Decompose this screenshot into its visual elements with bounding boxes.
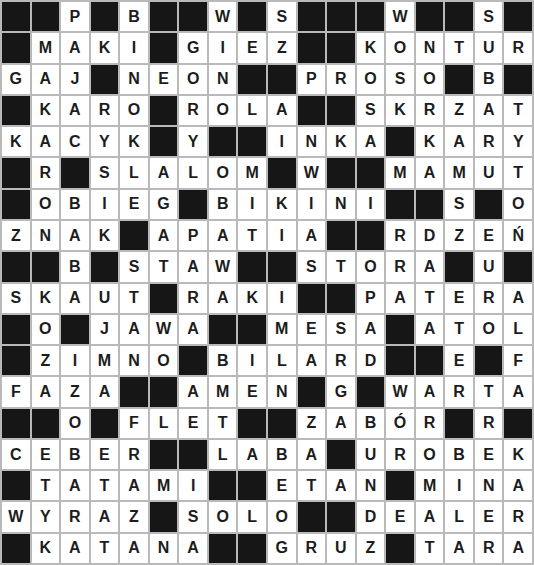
- letter-cell-r10c8[interactable]: A: [209, 284, 237, 313]
- cell-letter: B: [69, 259, 81, 275]
- letter-cell-r17c14[interactable]: E: [386, 502, 414, 531]
- letter-cell-r7c16[interactable]: S: [445, 190, 473, 219]
- letter-cell-r17c13[interactable]: D: [357, 502, 385, 531]
- cell-letter: Z: [454, 228, 464, 244]
- letter-cell-r11c18[interactable]: L: [504, 315, 532, 344]
- letter-cell-r10c16[interactable]: E: [445, 284, 473, 313]
- letter-cell-r1c5[interactable]: B: [120, 2, 148, 31]
- letter-cell-r8c16[interactable]: Z: [445, 221, 473, 250]
- letter-cell-r2c7[interactable]: G: [179, 33, 207, 62]
- letter-cell-r13c3[interactable]: Z: [61, 377, 89, 406]
- letter-cell-r9c8[interactable]: W: [209, 252, 237, 281]
- letter-cell-r5c18[interactable]: Y: [504, 127, 532, 156]
- letter-cell-r4c18[interactable]: T: [504, 96, 532, 125]
- letter-cell-r6c15[interactable]: A: [416, 158, 444, 187]
- letter-cell-r7c10[interactable]: K: [268, 190, 296, 219]
- letter-cell-r9c17[interactable]: U: [475, 252, 503, 281]
- letter-cell-r3c3[interactable]: J: [61, 65, 89, 94]
- letter-cell-r1c3[interactable]: P: [61, 2, 89, 31]
- cell-letter: A: [424, 165, 436, 181]
- letter-cell-r2c15[interactable]: N: [416, 33, 444, 62]
- cell-letter: L: [247, 509, 257, 525]
- letter-cell-r12c18[interactable]: F: [504, 346, 532, 375]
- cell-letter: M: [452, 165, 465, 181]
- cell-letter: A: [306, 228, 318, 244]
- letter-cell-r12c9[interactable]: I: [238, 346, 266, 375]
- letter-cell-r13c4[interactable]: A: [91, 377, 119, 406]
- cell-letter: O: [364, 259, 376, 275]
- letter-cell-r10c2[interactable]: K: [32, 284, 60, 313]
- letter-cell-r4c8[interactable]: O: [209, 96, 237, 125]
- cell-letter: I: [102, 196, 106, 212]
- cell-letter: A: [246, 447, 258, 463]
- black-cell-r4c1: [2, 96, 30, 125]
- black-cell-r11c14: [386, 315, 414, 344]
- letter-cell-r18c11[interactable]: R: [298, 534, 326, 563]
- letter-cell-r3c5[interactable]: N: [120, 65, 148, 94]
- letter-cell-r13c9[interactable]: E: [238, 377, 266, 406]
- letter-cell-r5c3[interactable]: C: [61, 127, 89, 156]
- letter-cell-r17c3[interactable]: R: [61, 502, 89, 531]
- letter-cell-r18c10[interactable]: G: [268, 534, 296, 563]
- letter-cell-r15c5[interactable]: R: [120, 440, 148, 469]
- letter-cell-r4c14[interactable]: K: [386, 96, 414, 125]
- letter-cell-r3c1[interactable]: G: [2, 65, 30, 94]
- letter-cell-r13c15[interactable]: A: [416, 377, 444, 406]
- letter-cell-r15c10[interactable]: B: [268, 440, 296, 469]
- letter-cell-r2c2[interactable]: M: [32, 33, 60, 62]
- letter-cell-r13c14[interactable]: W: [386, 377, 414, 406]
- cell-letter: F: [513, 353, 523, 369]
- letter-cell-r6c18[interactable]: T: [504, 158, 532, 187]
- cell-letter: A: [512, 478, 524, 494]
- letter-cell-r13c17[interactable]: T: [475, 377, 503, 406]
- letter-cell-r7c2[interactable]: O: [32, 190, 60, 219]
- cell-letter: N: [306, 134, 318, 150]
- letter-cell-r3c6[interactable]: E: [150, 65, 178, 94]
- letter-cell-r5c5[interactable]: K: [120, 127, 148, 156]
- letter-cell-r15c17[interactable]: E: [475, 440, 503, 469]
- letter-cell-r10c17[interactable]: R: [475, 284, 503, 313]
- letter-cell-r12c5[interactable]: N: [120, 346, 148, 375]
- letter-cell-r2c13[interactable]: K: [357, 33, 385, 62]
- letter-cell-r10c15[interactable]: T: [416, 284, 444, 313]
- letter-cell-r3c13[interactable]: O: [357, 65, 385, 94]
- letter-cell-r12c6[interactable]: O: [150, 346, 178, 375]
- letter-cell-r13c7[interactable]: A: [179, 377, 207, 406]
- letter-cell-r17c4[interactable]: A: [91, 502, 119, 531]
- letter-cell-r14c14[interactable]: Ó: [386, 409, 414, 438]
- letter-cell-r7c6[interactable]: G: [150, 190, 178, 219]
- letter-cell-r4c10[interactable]: A: [268, 96, 296, 125]
- letter-cell-r13c2[interactable]: A: [32, 377, 60, 406]
- letter-cell-r18c7[interactable]: A: [179, 534, 207, 563]
- letter-cell-r11c16[interactable]: T: [445, 315, 473, 344]
- letter-cell-r15c3[interactable]: B: [61, 440, 89, 469]
- cell-letter: S: [99, 165, 110, 181]
- letter-cell-r18c6[interactable]: N: [150, 534, 178, 563]
- letter-cell-r2c3[interactable]: A: [61, 33, 89, 62]
- letter-cell-r10c4[interactable]: U: [91, 284, 119, 313]
- letter-cell-r2c10[interactable]: Z: [268, 33, 296, 62]
- letter-cell-r15c13[interactable]: U: [357, 440, 385, 469]
- letter-cell-r11c12[interactable]: S: [327, 315, 355, 344]
- letter-cell-r14c17[interactable]: R: [475, 409, 503, 438]
- letter-cell-r13c1[interactable]: F: [2, 377, 30, 406]
- letter-cell-r17c9[interactable]: L: [238, 502, 266, 531]
- letter-cell-r3c7[interactable]: O: [179, 65, 207, 94]
- letter-cell-r12c12[interactable]: R: [327, 346, 355, 375]
- cell-letter: O: [482, 321, 494, 337]
- letter-cell-r9c5[interactable]: S: [120, 252, 148, 281]
- black-cell-r1c18: [504, 2, 532, 31]
- letter-cell-r5c1[interactable]: K: [2, 127, 30, 156]
- black-cell-r16c8: [209, 471, 237, 500]
- letter-cell-r16c2[interactable]: T: [32, 471, 60, 500]
- letter-cell-r9c14[interactable]: R: [386, 252, 414, 281]
- letter-cell-r10c9[interactable]: K: [238, 284, 266, 313]
- letter-cell-r3c8[interactable]: N: [209, 65, 237, 94]
- cell-letter: I: [457, 478, 461, 494]
- letter-cell-r4c5[interactable]: O: [120, 96, 148, 125]
- black-cell-r3c9: [238, 65, 266, 94]
- letter-cell-r10c18[interactable]: A: [504, 284, 532, 313]
- letter-cell-r8c3[interactable]: A: [61, 221, 89, 250]
- letter-cell-r3c2[interactable]: A: [32, 65, 60, 94]
- letter-cell-r7c4[interactable]: I: [91, 190, 119, 219]
- letter-cell-r2c18[interactable]: R: [504, 33, 532, 62]
- letter-cell-r15c15[interactable]: O: [416, 440, 444, 469]
- letter-cell-r7c5[interactable]: E: [120, 190, 148, 219]
- letter-cell-r8c7[interactable]: P: [179, 221, 207, 250]
- cell-letter: R: [512, 40, 524, 56]
- letter-cell-r5c4[interactable]: Y: [91, 127, 119, 156]
- letter-cell-r9c7[interactable]: A: [179, 252, 207, 281]
- letter-cell-r12c13[interactable]: D: [357, 346, 385, 375]
- letter-cell-r15c9[interactable]: A: [238, 440, 266, 469]
- cell-letter: U: [483, 40, 495, 56]
- letter-cell-r8c1[interactable]: Z: [2, 221, 30, 250]
- letter-cell-r17c8[interactable]: O: [209, 502, 237, 531]
- letter-cell-r10c13[interactable]: P: [357, 284, 385, 313]
- letter-cell-r15c11[interactable]: A: [298, 440, 326, 469]
- letter-cell-r11c13[interactable]: A: [357, 315, 385, 344]
- letter-cell-r8c11[interactable]: A: [298, 221, 326, 250]
- letter-cell-r7c18[interactable]: O: [504, 190, 532, 219]
- letter-cell-r13c8[interactable]: M: [209, 377, 237, 406]
- letter-cell-r5c13[interactable]: A: [357, 127, 385, 156]
- letter-cell-r15c16[interactable]: B: [445, 440, 473, 469]
- letter-cell-r13c12[interactable]: G: [327, 377, 355, 406]
- cell-letter: N: [335, 196, 347, 212]
- letter-cell-r8c9[interactable]: T: [238, 221, 266, 250]
- letter-cell-r7c9[interactable]: I: [238, 190, 266, 219]
- letter-cell-r6c5[interactable]: L: [120, 158, 148, 187]
- letter-cell-r8c2[interactable]: N: [32, 221, 60, 250]
- black-cell-r3c4: [91, 65, 119, 94]
- cell-letter: N: [40, 228, 52, 244]
- letter-cell-r12c2[interactable]: Z: [32, 346, 60, 375]
- black-cell-r8c5: [120, 221, 148, 250]
- letter-cell-r3c12[interactable]: R: [327, 65, 355, 94]
- letter-cell-r4c16[interactable]: Z: [445, 96, 473, 125]
- letter-cell-r2c17[interactable]: U: [475, 33, 503, 62]
- letter-cell-r7c8[interactable]: B: [209, 190, 237, 219]
- letter-cell-r14c11[interactable]: Z: [298, 409, 326, 438]
- letter-cell-r4c3[interactable]: A: [61, 96, 89, 125]
- letter-cell-r4c7[interactable]: R: [179, 96, 207, 125]
- letter-cell-r1c14[interactable]: W: [386, 2, 414, 31]
- letter-cell-r17c16[interactable]: L: [445, 502, 473, 531]
- cell-letter: A: [512, 290, 524, 306]
- letter-cell-r11c10[interactable]: M: [268, 315, 296, 344]
- letter-cell-r4c9[interactable]: L: [238, 96, 266, 125]
- cell-letter: A: [187, 259, 199, 275]
- letter-cell-r2c5[interactable]: I: [120, 33, 148, 62]
- letter-cell-r17c5[interactable]: Z: [120, 502, 148, 531]
- black-cell-r14c9: [238, 409, 266, 438]
- letter-cell-r8c8[interactable]: A: [209, 221, 237, 250]
- cell-letter: A: [483, 102, 495, 118]
- letter-cell-r8c14[interactable]: R: [386, 221, 414, 250]
- cell-letter: B: [217, 353, 229, 369]
- letter-cell-r14c7[interactable]: E: [179, 409, 207, 438]
- letter-cell-r11c2[interactable]: O: [32, 315, 60, 344]
- letter-cell-r17c17[interactable]: E: [475, 502, 503, 531]
- letter-cell-r16c13[interactable]: N: [357, 471, 385, 500]
- black-cell-r5c14: [386, 127, 414, 156]
- letter-cell-r16c17[interactable]: N: [475, 471, 503, 500]
- letter-cell-r12c8[interactable]: B: [209, 346, 237, 375]
- cell-letter: U: [99, 290, 111, 306]
- letter-cell-r17c1[interactable]: W: [2, 502, 30, 531]
- letter-cell-r10c3[interactable]: A: [61, 284, 89, 313]
- letter-cell-r16c12[interactable]: A: [327, 471, 355, 500]
- letter-cell-r17c7[interactable]: S: [179, 502, 207, 531]
- letter-cell-r15c2[interactable]: E: [32, 440, 60, 469]
- black-cell-r6c12: [327, 158, 355, 187]
- letter-cell-r12c4[interactable]: M: [91, 346, 119, 375]
- letter-cell-r10c1[interactable]: S: [2, 284, 30, 313]
- cell-letter: A: [69, 478, 81, 494]
- letter-cell-r2c16[interactable]: T: [445, 33, 473, 62]
- letter-cell-r18c3[interactable]: A: [61, 534, 89, 563]
- letter-cell-r13c10[interactable]: N: [268, 377, 296, 406]
- letter-cell-r1c17[interactable]: S: [475, 2, 503, 31]
- letter-cell-r16c6[interactable]: M: [150, 471, 178, 500]
- black-cell-r1c9: [238, 2, 266, 31]
- letter-cell-r8c10[interactable]: I: [268, 221, 296, 250]
- letter-cell-r14c15[interactable]: R: [416, 409, 444, 438]
- letter-cell-r6c4[interactable]: S: [91, 158, 119, 187]
- letter-cell-r2c14[interactable]: O: [386, 33, 414, 62]
- letter-cell-r9c15[interactable]: A: [416, 252, 444, 281]
- letter-cell-r6c11[interactable]: W: [298, 158, 326, 187]
- letter-cell-r18c12[interactable]: U: [327, 534, 355, 563]
- letter-cell-r11c6[interactable]: W: [150, 315, 178, 344]
- letter-cell-r4c4[interactable]: R: [91, 96, 119, 125]
- cell-letter: D: [365, 509, 377, 525]
- letter-cell-r15c4[interactable]: E: [91, 440, 119, 469]
- cell-letter: A: [158, 228, 170, 244]
- letter-cell-r8c18[interactable]: Ń: [504, 221, 532, 250]
- letter-cell-r5c17[interactable]: R: [475, 127, 503, 156]
- cell-letter: N: [424, 40, 436, 56]
- letter-cell-r6c14[interactable]: M: [386, 158, 414, 187]
- letter-cell-r12c3[interactable]: I: [61, 346, 89, 375]
- letter-cell-r18c15[interactable]: T: [416, 534, 444, 563]
- letter-cell-r18c16[interactable]: A: [445, 534, 473, 563]
- letter-cell-r11c5[interactable]: A: [120, 315, 148, 344]
- black-cell-r11c3: [61, 315, 89, 344]
- black-cell-r15c6: [150, 440, 178, 469]
- letter-cell-r16c16[interactable]: I: [445, 471, 473, 500]
- letter-cell-r7c3[interactable]: B: [61, 190, 89, 219]
- letter-cell-r14c6[interactable]: L: [150, 409, 178, 438]
- cell-letter: I: [250, 196, 254, 212]
- cell-letter: A: [365, 134, 377, 150]
- letter-cell-r5c7[interactable]: Y: [179, 127, 207, 156]
- letter-cell-r3c14[interactable]: S: [386, 65, 414, 94]
- letter-cell-r4c13[interactable]: S: [357, 96, 385, 125]
- cell-letter: Ń: [512, 228, 524, 244]
- cell-letter: A: [99, 384, 111, 400]
- letter-cell-r13c16[interactable]: R: [445, 377, 473, 406]
- cell-letter: T: [454, 321, 464, 337]
- letter-cell-r15c14[interactable]: R: [386, 440, 414, 469]
- cell-letter: Y: [40, 509, 51, 525]
- letter-cell-r5c10[interactable]: I: [268, 127, 296, 156]
- letter-cell-r17c18[interactable]: R: [504, 502, 532, 531]
- letter-cell-r5c2[interactable]: A: [32, 127, 60, 156]
- cell-letter: M: [246, 165, 259, 181]
- letter-cell-r7c12[interactable]: N: [327, 190, 355, 219]
- letter-cell-r18c5[interactable]: A: [120, 534, 148, 563]
- letter-cell-r16c7[interactable]: I: [179, 471, 207, 500]
- letter-cell-r16c5[interactable]: A: [120, 471, 148, 500]
- letter-cell-r17c15[interactable]: A: [416, 502, 444, 531]
- letter-cell-r13c18[interactable]: A: [504, 377, 532, 406]
- letter-cell-r4c17[interactable]: A: [475, 96, 503, 125]
- letter-cell-r12c10[interactable]: L: [268, 346, 296, 375]
- letter-cell-r16c4[interactable]: T: [91, 471, 119, 500]
- black-cell-r15c12: [327, 440, 355, 469]
- cell-letter: T: [247, 228, 257, 244]
- letter-cell-r18c18[interactable]: A: [504, 534, 532, 563]
- letter-cell-r6c9[interactable]: M: [238, 158, 266, 187]
- letter-cell-r18c17[interactable]: R: [475, 534, 503, 563]
- letter-cell-r10c5[interactable]: T: [120, 284, 148, 313]
- letter-cell-r16c10[interactable]: E: [268, 471, 296, 500]
- cell-letter: T: [454, 40, 464, 56]
- letter-cell-r8c17[interactable]: E: [475, 221, 503, 250]
- cell-letter: A: [40, 134, 52, 150]
- letter-cell-r1c8[interactable]: W: [209, 2, 237, 31]
- letter-cell-r6c2[interactable]: R: [32, 158, 60, 187]
- letter-cell-r2c8[interactable]: I: [209, 33, 237, 62]
- letter-cell-r17c10[interactable]: O: [268, 502, 296, 531]
- letter-cell-r9c3[interactable]: B: [61, 252, 89, 281]
- letter-cell-r14c8[interactable]: T: [209, 409, 237, 438]
- letter-cell-r11c4[interactable]: J: [91, 315, 119, 344]
- letter-cell-r18c4[interactable]: T: [91, 534, 119, 563]
- letter-cell-r7c11[interactable]: I: [298, 190, 326, 219]
- letter-cell-r14c5[interactable]: F: [120, 409, 148, 438]
- letter-cell-r5c16[interactable]: A: [445, 127, 473, 156]
- cell-letter: M: [423, 478, 436, 494]
- letter-cell-r16c15[interactable]: M: [416, 471, 444, 500]
- letter-cell-r11c7[interactable]: A: [179, 315, 207, 344]
- letter-cell-r9c6[interactable]: T: [150, 252, 178, 281]
- letter-cell-r18c13[interactable]: Z: [357, 534, 385, 563]
- letter-cell-r2c9[interactable]: E: [238, 33, 266, 62]
- letter-cell-r8c4[interactable]: K: [91, 221, 119, 250]
- letter-cell-r10c14[interactable]: A: [386, 284, 414, 313]
- letter-cell-r11c17[interactable]: O: [475, 315, 503, 344]
- letter-cell-r6c6[interactable]: A: [150, 158, 178, 187]
- letter-cell-r14c13[interactable]: B: [357, 409, 385, 438]
- letter-cell-r3c15[interactable]: O: [416, 65, 444, 94]
- cell-letter: E: [276, 478, 287, 494]
- letter-cell-r5c11[interactable]: N: [298, 127, 326, 156]
- letter-cell-r9c12[interactable]: T: [327, 252, 355, 281]
- letter-cell-r16c3[interactable]: A: [61, 471, 89, 500]
- cell-letter: W: [8, 509, 23, 525]
- letter-cell-r8c6[interactable]: A: [150, 221, 178, 250]
- letter-cell-r7c13[interactable]: I: [357, 190, 385, 219]
- letter-cell-r14c12[interactable]: A: [327, 409, 355, 438]
- cell-letter: A: [69, 102, 81, 118]
- letter-cell-r6c17[interactable]: U: [475, 158, 503, 187]
- letter-cell-r6c8[interactable]: O: [209, 158, 237, 187]
- letter-cell-r18c2[interactable]: K: [32, 534, 60, 563]
- letter-cell-r14c3[interactable]: O: [61, 409, 89, 438]
- letter-cell-r6c16[interactable]: M: [445, 158, 473, 187]
- letter-cell-r9c13[interactable]: O: [357, 252, 385, 281]
- cell-letter: Ó: [394, 415, 406, 431]
- cell-letter: R: [187, 102, 199, 118]
- cell-letter: C: [69, 134, 81, 150]
- letter-cell-r16c11[interactable]: T: [298, 471, 326, 500]
- letter-cell-r9c11[interactable]: S: [298, 252, 326, 281]
- letter-cell-r11c11[interactable]: E: [298, 315, 326, 344]
- letter-cell-r6c7[interactable]: L: [179, 158, 207, 187]
- letter-cell-r15c1[interactable]: C: [2, 440, 30, 469]
- cell-letter: R: [306, 540, 318, 556]
- letter-cell-r16c18[interactable]: A: [504, 471, 532, 500]
- letter-cell-r15c8[interactable]: L: [209, 440, 237, 469]
- letter-cell-r5c15[interactable]: K: [416, 127, 444, 156]
- letter-cell-r1c10[interactable]: S: [268, 2, 296, 31]
- letter-cell-r15c18[interactable]: K: [504, 440, 532, 469]
- letter-cell-r12c16[interactable]: E: [445, 346, 473, 375]
- letter-cell-r10c10[interactable]: I: [268, 284, 296, 313]
- letter-cell-r5c12[interactable]: K: [327, 127, 355, 156]
- letter-cell-r4c2[interactable]: K: [32, 96, 60, 125]
- letter-cell-r3c17[interactable]: B: [475, 65, 503, 94]
- letter-cell-r4c15[interactable]: R: [416, 96, 444, 125]
- letter-cell-r17c2[interactable]: Y: [32, 502, 60, 531]
- cell-letter: A: [128, 321, 140, 337]
- letter-cell-r12c11[interactable]: A: [298, 346, 326, 375]
- cell-letter: O: [423, 71, 435, 87]
- letter-cell-r11c15[interactable]: A: [416, 315, 444, 344]
- letter-cell-r8c15[interactable]: D: [416, 221, 444, 250]
- letter-cell-r10c7[interactable]: R: [179, 284, 207, 313]
- cell-letter: N: [128, 71, 140, 87]
- letter-cell-r2c4[interactable]: K: [91, 33, 119, 62]
- letter-cell-r3c11[interactable]: P: [298, 65, 326, 94]
